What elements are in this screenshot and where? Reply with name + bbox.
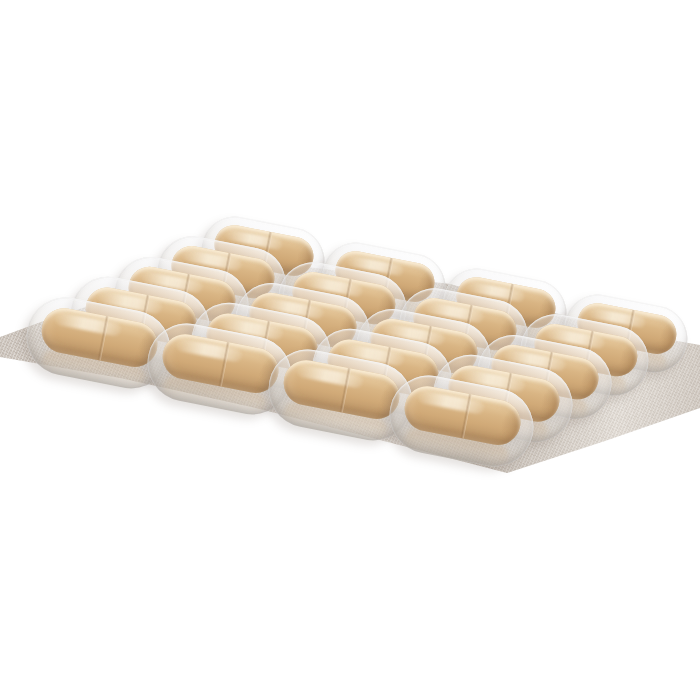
capsule-r5c2	[160, 330, 283, 397]
capsule-r5c3	[281, 356, 404, 423]
product-photo	[0, 0, 700, 700]
capsule-end-shadow	[498, 405, 524, 446]
capsule-shine	[296, 363, 365, 389]
capsule-end-shadow	[617, 340, 640, 377]
capsule-r5c1	[39, 304, 162, 371]
capsule-end-shadow	[657, 319, 679, 354]
capsule-shine	[175, 337, 244, 363]
capsule-r5c4	[402, 382, 525, 449]
capsule-end-shadow	[578, 362, 602, 400]
capsule-shine	[417, 389, 486, 415]
capsule-end-shadow	[538, 383, 563, 423]
capsule-shine	[54, 311, 123, 337]
